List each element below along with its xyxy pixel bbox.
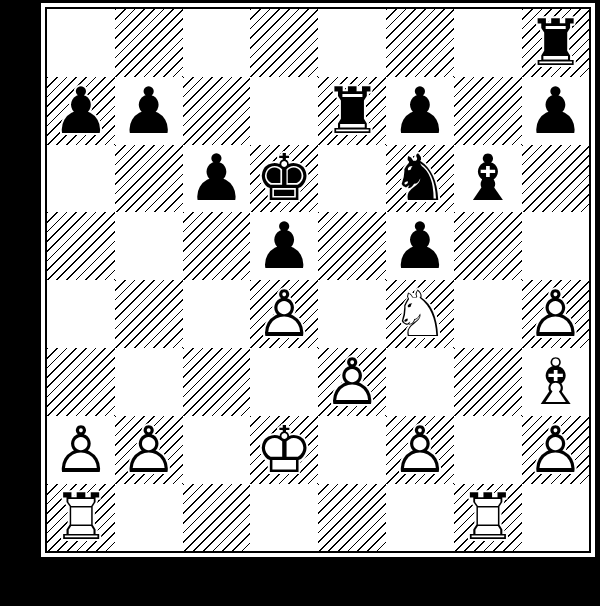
square-c4[interactable]: [183, 280, 251, 348]
square-f4[interactable]: ♞♘: [386, 280, 454, 348]
white-knight-icon: ♘: [391, 282, 448, 346]
piece-white-pawn[interactable]: ♟♙: [115, 416, 183, 484]
square-d7[interactable]: [250, 77, 318, 145]
square-h8[interactable]: ♜♜: [522, 9, 590, 77]
square-d4[interactable]: ♟♙: [250, 280, 318, 348]
square-d5[interactable]: ♟♟: [250, 212, 318, 280]
piece-white-pawn[interactable]: ♟♙: [250, 280, 318, 348]
piece-white-rook[interactable]: ♜♖: [454, 484, 522, 552]
square-c1[interactable]: [183, 484, 251, 552]
piece-black-pawn[interactable]: ♟♟: [386, 212, 454, 280]
square-c3[interactable]: [183, 348, 251, 416]
square-g5[interactable]: [454, 212, 522, 280]
square-h4[interactable]: ♟♙: [522, 280, 590, 348]
black-king-icon: ♚: [256, 146, 313, 210]
square-e4[interactable]: [318, 280, 386, 348]
black-rook-icon: ♜: [323, 79, 380, 143]
chess-board-frame: ♜♜♟♟♟♟♜♜♟♟♟♟♟♟♚♚♞♞♝♝♟♟♟♟♟♙♞♘♟♙♟♙♝♗♟♙♟♙♚♔…: [41, 3, 595, 557]
square-a5[interactable]: [47, 212, 115, 280]
piece-white-pawn[interactable]: ♟♙: [522, 416, 590, 484]
piece-black-rook[interactable]: ♜♜: [318, 77, 386, 145]
black-pawn-icon: ♟: [391, 79, 448, 143]
square-b4[interactable]: [115, 280, 183, 348]
chess-board: ♜♜♟♟♟♟♜♜♟♟♟♟♟♟♚♚♞♞♝♝♟♟♟♟♟♙♞♘♟♙♟♙♝♗♟♙♟♙♚♔…: [47, 9, 589, 551]
white-rook-icon: ♖: [459, 485, 516, 549]
black-rook-icon: ♜: [527, 11, 584, 75]
piece-black-rook[interactable]: ♜♜: [522, 9, 590, 77]
square-b8[interactable]: [115, 9, 183, 77]
piece-black-pawn[interactable]: ♟♟: [115, 77, 183, 145]
piece-black-pawn[interactable]: ♟♟: [183, 145, 251, 213]
white-pawn-icon: ♙: [527, 418, 584, 482]
piece-white-king[interactable]: ♚♔: [250, 416, 318, 484]
square-f3[interactable]: [386, 348, 454, 416]
square-e3[interactable]: ♟♙: [318, 348, 386, 416]
black-knight-icon: ♞: [391, 146, 448, 210]
page-background: { "game": "chess", "position": "7r/pp2rp…: [0, 0, 600, 606]
piece-white-bishop[interactable]: ♝♗: [522, 348, 590, 416]
piece-white-knight[interactable]: ♞♘: [386, 280, 454, 348]
square-f2[interactable]: ♟♙: [386, 416, 454, 484]
square-a1[interactable]: ♜♖: [47, 484, 115, 552]
square-b5[interactable]: [115, 212, 183, 280]
white-pawn-icon: ♙: [391, 418, 448, 482]
square-e8[interactable]: [318, 9, 386, 77]
square-c5[interactable]: [183, 212, 251, 280]
square-f1[interactable]: [386, 484, 454, 552]
white-pawn-icon: ♙: [256, 282, 313, 346]
square-e5[interactable]: [318, 212, 386, 280]
chess-board-border: ♜♜♟♟♟♟♜♜♟♟♟♟♟♟♚♚♞♞♝♝♟♟♟♟♟♙♞♘♟♙♟♙♝♗♟♙♟♙♚♔…: [45, 7, 591, 553]
square-f6[interactable]: ♞♞: [386, 145, 454, 213]
square-b6[interactable]: [115, 145, 183, 213]
square-h5[interactable]: [522, 212, 590, 280]
piece-black-pawn[interactable]: ♟♟: [522, 77, 590, 145]
square-d3[interactable]: [250, 348, 318, 416]
square-c7[interactable]: [183, 77, 251, 145]
square-d2[interactable]: ♚♔: [250, 416, 318, 484]
square-e1[interactable]: [318, 484, 386, 552]
black-pawn-icon: ♟: [52, 79, 109, 143]
square-c6[interactable]: ♟♟: [183, 145, 251, 213]
square-g8[interactable]: [454, 9, 522, 77]
white-bishop-icon: ♗: [527, 350, 584, 414]
square-a4[interactable]: [47, 280, 115, 348]
square-d6[interactable]: ♚♚: [250, 145, 318, 213]
white-rook-icon: ♖: [52, 485, 109, 549]
square-h6[interactable]: [522, 145, 590, 213]
square-f5[interactable]: ♟♟: [386, 212, 454, 280]
piece-black-pawn[interactable]: ♟♟: [250, 212, 318, 280]
black-pawn-icon: ♟: [527, 79, 584, 143]
square-h1[interactable]: [522, 484, 590, 552]
square-b3[interactable]: [115, 348, 183, 416]
square-h2[interactable]: ♟♙: [522, 416, 590, 484]
square-a2[interactable]: ♟♙: [47, 416, 115, 484]
piece-white-pawn[interactable]: ♟♙: [318, 348, 386, 416]
piece-white-pawn[interactable]: ♟♙: [522, 280, 590, 348]
square-e7[interactable]: ♜♜: [318, 77, 386, 145]
square-g1[interactable]: ♜♖: [454, 484, 522, 552]
square-c2[interactable]: [183, 416, 251, 484]
piece-black-bishop[interactable]: ♝♝: [454, 145, 522, 213]
square-f8[interactable]: [386, 9, 454, 77]
square-g2[interactable]: [454, 416, 522, 484]
white-pawn-icon: ♙: [120, 418, 177, 482]
white-pawn-icon: ♙: [323, 350, 380, 414]
white-king-icon: ♔: [256, 418, 313, 482]
piece-black-king[interactable]: ♚♚: [250, 145, 318, 213]
square-a3[interactable]: [47, 348, 115, 416]
square-a8[interactable]: [47, 9, 115, 77]
square-b7[interactable]: ♟♟: [115, 77, 183, 145]
square-d8[interactable]: [250, 9, 318, 77]
square-e6[interactable]: [318, 145, 386, 213]
square-g4[interactable]: [454, 280, 522, 348]
piece-white-pawn[interactable]: ♟♙: [386, 416, 454, 484]
piece-black-pawn[interactable]: ♟♟: [386, 77, 454, 145]
piece-white-pawn[interactable]: ♟♙: [47, 416, 115, 484]
piece-white-rook[interactable]: ♜♖: [47, 484, 115, 552]
square-h3[interactable]: ♝♗: [522, 348, 590, 416]
white-pawn-icon: ♙: [527, 282, 584, 346]
square-g6[interactable]: ♝♝: [454, 145, 522, 213]
piece-black-pawn[interactable]: ♟♟: [47, 77, 115, 145]
square-c8[interactable]: [183, 9, 251, 77]
piece-black-knight[interactable]: ♞♞: [386, 145, 454, 213]
square-b2[interactable]: ♟♙: [115, 416, 183, 484]
square-g7[interactable]: [454, 77, 522, 145]
square-a6[interactable]: [47, 145, 115, 213]
square-e2[interactable]: [318, 416, 386, 484]
black-pawn-icon: ♟: [120, 79, 177, 143]
white-pawn-icon: ♙: [52, 418, 109, 482]
square-d1[interactable]: [250, 484, 318, 552]
square-f7[interactable]: ♟♟: [386, 77, 454, 145]
square-g3[interactable]: [454, 348, 522, 416]
black-pawn-icon: ♟: [256, 214, 313, 278]
square-b1[interactable]: [115, 484, 183, 552]
black-bishop-icon: ♝: [459, 146, 516, 210]
black-pawn-icon: ♟: [391, 214, 448, 278]
square-h7[interactable]: ♟♟: [522, 77, 590, 145]
black-pawn-icon: ♟: [188, 146, 245, 210]
square-a7[interactable]: ♟♟: [47, 77, 115, 145]
